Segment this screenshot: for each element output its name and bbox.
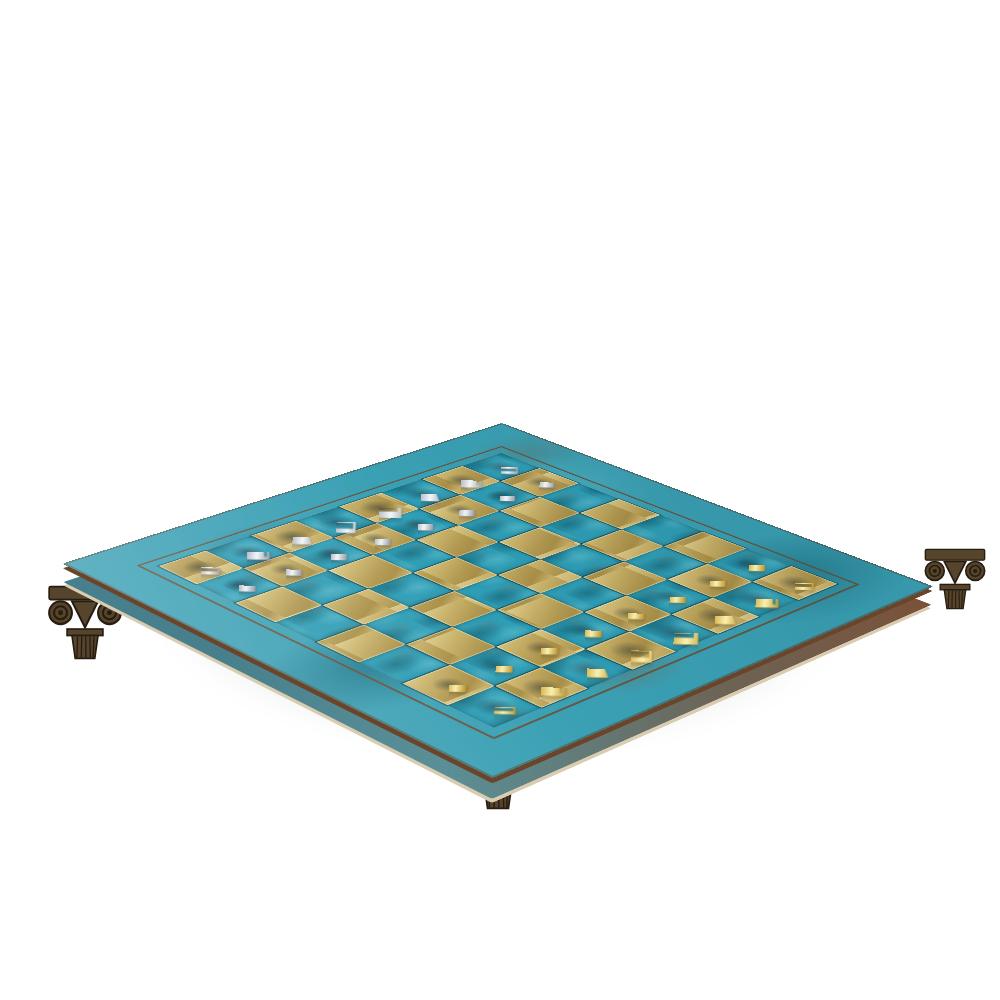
black-pawn-glyph: ♟ <box>351 473 400 558</box>
square-c7[interactable] <box>289 538 373 571</box>
chess-set-photo: ♜♞♝♛♚♝♞♜♟♟♟♟♟♟♟♟♟♟♟♟♟♟♟♟♜♞♝♛♚♝♞♜ <box>0 0 1000 1000</box>
black-pawn-glyph: ♟ <box>307 487 356 573</box>
piece-shadow <box>347 528 402 549</box>
square-e8[interactable] <box>339 493 419 523</box>
piece-shadow <box>432 499 486 519</box>
piece-shadow <box>390 513 444 534</box>
black-pawn-glyph: ♟ <box>436 446 483 529</box>
black-bishop-glyph: ♝ <box>255 431 333 567</box>
square-f7[interactable] <box>419 495 499 525</box>
piece-shadow <box>303 543 359 565</box>
square-e7[interactable] <box>377 509 458 540</box>
black-pawn-glyph: ♟ <box>477 433 524 514</box>
black-bishop-glyph: ♝ <box>384 392 459 523</box>
square-f6[interactable] <box>459 511 540 542</box>
square-h8[interactable] <box>462 453 539 481</box>
piece-shadow <box>257 523 326 550</box>
piece-shadow <box>513 472 565 491</box>
black-knight-glyph: ♞ <box>428 387 497 507</box>
black-rook-glyph: ♜ <box>473 390 530 490</box>
chess-board[interactable]: ♜♞♝♛♚♝♞♜♟♟♟♟♟♟♟♟♟♟♟♟♟♟♟♟♜♞♝♛♚♝♞♜ <box>63 423 934 778</box>
square-e6[interactable] <box>416 525 499 557</box>
piece-shadow <box>469 456 531 478</box>
square-g8[interactable] <box>422 466 500 495</box>
pieces-layer: ♜♞♝♛♚♝♞♜♟♟♟♟♟♟♟♟♟♟♟♟♟♟♟♟♜♞♝♛♚♝♞♜ <box>63 423 934 778</box>
square-h7[interactable] <box>500 468 578 497</box>
black-pawn-glyph: ♟ <box>395 459 443 543</box>
piece-shadow <box>299 508 372 536</box>
board-scene: ♜♞♝♛♚♝♞♜♟♟♟♟♟♟♟♟♟♟♟♟♟♟♟♟♜♞♝♛♚♝♞♜ <box>0 0 1000 1000</box>
piece-shadow <box>387 481 453 506</box>
piece-shadow <box>342 494 414 521</box>
square-d8[interactable] <box>296 507 377 538</box>
piece-shadow <box>429 469 492 492</box>
square-g6[interactable] <box>500 497 580 527</box>
black-queen-glyph: ♛ <box>294 403 382 557</box>
piece-shadow <box>473 486 526 506</box>
square-d6[interactable] <box>373 540 457 573</box>
black-king-glyph: ♚ <box>334 382 427 543</box>
square-f8[interactable] <box>381 479 460 509</box>
square-g7[interactable] <box>460 481 539 511</box>
square-d7[interactable] <box>334 523 417 555</box>
black-pawn-glyph: ♟ <box>517 420 563 500</box>
